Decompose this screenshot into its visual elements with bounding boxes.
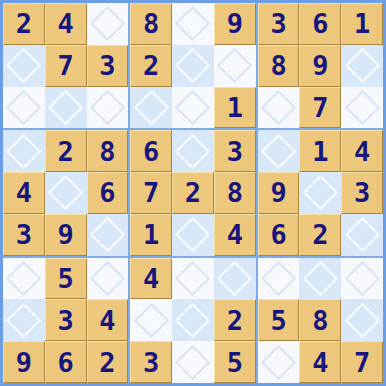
cell-r6c5[interactable] bbox=[172, 214, 214, 256]
cell-r1c3[interactable] bbox=[87, 3, 129, 45]
cell-r1c6[interactable]: 9 bbox=[214, 3, 256, 45]
cell-r5c9[interactable]: 3 bbox=[341, 172, 383, 214]
cell-r7c9[interactable] bbox=[341, 258, 383, 300]
diamond-icon bbox=[261, 90, 296, 125]
cell-r7c5[interactable] bbox=[172, 258, 214, 300]
box-r1c3: 361897 bbox=[258, 3, 383, 128]
cell-r2c8[interactable]: 9 bbox=[299, 45, 341, 87]
box-r1c2: 8921 bbox=[130, 3, 255, 128]
diamond-icon bbox=[175, 6, 210, 41]
cell-r5c8[interactable] bbox=[299, 172, 341, 214]
cell-r1c8[interactable]: 6 bbox=[299, 3, 341, 45]
box-r2c1: 284639 bbox=[3, 130, 128, 255]
cell-r7c8[interactable] bbox=[299, 258, 341, 300]
cell-r3c8[interactable]: 7 bbox=[299, 87, 341, 129]
diamond-icon bbox=[133, 90, 168, 125]
cell-r7c2[interactable]: 5 bbox=[45, 258, 87, 300]
diamond-icon bbox=[261, 133, 296, 168]
diamond-icon bbox=[217, 48, 252, 83]
cell-r5c7[interactable]: 9 bbox=[258, 172, 300, 214]
cell-r4c6[interactable]: 3 bbox=[214, 130, 256, 172]
cell-r8c6[interactable]: 2 bbox=[214, 299, 256, 341]
cell-r3c9[interactable] bbox=[341, 87, 383, 129]
diamond-icon bbox=[261, 344, 296, 379]
cell-r8c5[interactable] bbox=[172, 299, 214, 341]
cell-r7c3[interactable] bbox=[87, 258, 129, 300]
cell-r9c3[interactable]: 2 bbox=[87, 341, 129, 383]
diamond-icon bbox=[344, 90, 379, 125]
cell-r4c8[interactable]: 1 bbox=[299, 130, 341, 172]
cell-r2c2[interactable]: 7 bbox=[45, 45, 87, 87]
cell-r2c3[interactable]: 3 bbox=[87, 45, 129, 87]
cell-r9c1[interactable]: 9 bbox=[3, 341, 45, 383]
cell-r6c1[interactable]: 3 bbox=[3, 214, 45, 256]
cell-r3c4[interactable] bbox=[130, 87, 172, 129]
cell-r2c4[interactable]: 2 bbox=[130, 45, 172, 87]
cell-r4c7[interactable] bbox=[258, 130, 300, 172]
cell-r8c9[interactable] bbox=[341, 299, 383, 341]
diamond-icon bbox=[175, 303, 210, 338]
diamond-icon bbox=[6, 303, 41, 338]
diamond-icon bbox=[303, 261, 338, 296]
diamond-icon bbox=[48, 90, 83, 125]
diamond-icon bbox=[344, 48, 379, 83]
cell-r3c6[interactable]: 1 bbox=[214, 87, 256, 129]
cell-r3c7[interactable] bbox=[258, 87, 300, 129]
cell-r7c1[interactable] bbox=[3, 258, 45, 300]
cell-r2c5[interactable] bbox=[172, 45, 214, 87]
box-r3c2: 4235 bbox=[130, 258, 255, 383]
diamond-icon bbox=[90, 261, 125, 296]
cell-r5c1[interactable]: 4 bbox=[3, 172, 45, 214]
cell-r7c4[interactable]: 4 bbox=[130, 258, 172, 300]
sudoku-board: 2473892136189728463963728141493625349624… bbox=[0, 0, 386, 386]
cell-r3c5[interactable] bbox=[172, 87, 214, 129]
cell-r9c2[interactable]: 6 bbox=[45, 341, 87, 383]
cell-r5c2[interactable] bbox=[45, 172, 87, 214]
cell-r5c5[interactable]: 2 bbox=[172, 172, 214, 214]
cell-r4c2[interactable]: 2 bbox=[45, 130, 87, 172]
diamond-icon bbox=[175, 344, 210, 379]
cell-r9c4[interactable]: 3 bbox=[130, 341, 172, 383]
cell-r4c1[interactable] bbox=[3, 130, 45, 172]
diamond-icon bbox=[344, 261, 379, 296]
box-r3c1: 534962 bbox=[3, 258, 128, 383]
cell-r5c4[interactable]: 7 bbox=[130, 172, 172, 214]
cell-r4c4[interactable]: 6 bbox=[130, 130, 172, 172]
cell-r2c1[interactable] bbox=[3, 45, 45, 87]
cell-r9c9[interactable]: 7 bbox=[341, 341, 383, 383]
box-r1c1: 2473 bbox=[3, 3, 128, 128]
cell-r9c7[interactable] bbox=[258, 341, 300, 383]
cell-r1c4[interactable]: 8 bbox=[130, 3, 172, 45]
cell-r4c3[interactable]: 8 bbox=[87, 130, 129, 172]
cell-r6c8[interactable]: 2 bbox=[299, 214, 341, 256]
cell-r3c1[interactable] bbox=[3, 87, 45, 129]
cell-r8c4[interactable] bbox=[130, 299, 172, 341]
cell-r8c7[interactable]: 5 bbox=[258, 299, 300, 341]
cell-r1c9[interactable]: 1 bbox=[341, 3, 383, 45]
diamond-icon bbox=[48, 175, 83, 210]
box-r2c3: 149362 bbox=[258, 130, 383, 255]
cell-r7c6[interactable] bbox=[214, 258, 256, 300]
cell-r7c7[interactable] bbox=[258, 258, 300, 300]
cell-r6c9[interactable] bbox=[341, 214, 383, 256]
cell-r8c2[interactable]: 3 bbox=[45, 299, 87, 341]
cell-r9c8[interactable]: 4 bbox=[299, 341, 341, 383]
diamond-icon bbox=[6, 261, 41, 296]
cell-r3c2[interactable] bbox=[45, 87, 87, 129]
box-r3c3: 5847 bbox=[258, 258, 383, 383]
cell-r6c3[interactable] bbox=[87, 214, 129, 256]
diamond-icon bbox=[175, 217, 210, 252]
cell-r6c4[interactable]: 1 bbox=[130, 214, 172, 256]
cell-r9c6[interactable]: 5 bbox=[214, 341, 256, 383]
diamond-icon bbox=[175, 261, 210, 296]
cell-r6c7[interactable]: 6 bbox=[258, 214, 300, 256]
cell-r8c3[interactable]: 4 bbox=[87, 299, 129, 341]
diamond-icon bbox=[175, 133, 210, 168]
cell-r1c2[interactable]: 4 bbox=[45, 3, 87, 45]
diamond-icon bbox=[344, 303, 379, 338]
cell-r8c8[interactable]: 8 bbox=[299, 299, 341, 341]
cell-r9c5[interactable] bbox=[172, 341, 214, 383]
diamond-icon bbox=[344, 217, 379, 252]
cell-r1c7[interactable]: 3 bbox=[258, 3, 300, 45]
cell-r8c1[interactable] bbox=[3, 299, 45, 341]
cell-r5c6[interactable]: 8 bbox=[214, 172, 256, 214]
cell-r2c6[interactable] bbox=[214, 45, 256, 87]
cell-r2c7[interactable]: 8 bbox=[258, 45, 300, 87]
cell-r4c5[interactable] bbox=[172, 130, 214, 172]
cell-r5c3[interactable]: 6 bbox=[87, 172, 129, 214]
diamond-icon bbox=[217, 261, 252, 296]
diamond-icon bbox=[261, 261, 296, 296]
cell-r4c9[interactable]: 4 bbox=[341, 130, 383, 172]
cell-r2c9[interactable] bbox=[341, 45, 383, 87]
diamond-icon bbox=[303, 175, 338, 210]
diamond-icon bbox=[90, 90, 125, 125]
diamond-icon bbox=[90, 217, 125, 252]
cell-r6c2[interactable]: 9 bbox=[45, 214, 87, 256]
cell-r3c3[interactable] bbox=[87, 87, 129, 129]
diamond-icon bbox=[175, 90, 210, 125]
box-r2c2: 6372814 bbox=[130, 130, 255, 255]
cell-r6c6[interactable]: 4 bbox=[214, 214, 256, 256]
cell-r1c5[interactable] bbox=[172, 3, 214, 45]
diamond-icon bbox=[6, 134, 41, 169]
cell-r1c1[interactable]: 2 bbox=[3, 3, 45, 45]
diamond-icon bbox=[6, 48, 41, 83]
diamond-icon bbox=[6, 90, 41, 125]
diamond-icon bbox=[90, 6, 125, 41]
diamond-icon bbox=[133, 303, 168, 338]
diamond-icon bbox=[175, 48, 210, 83]
